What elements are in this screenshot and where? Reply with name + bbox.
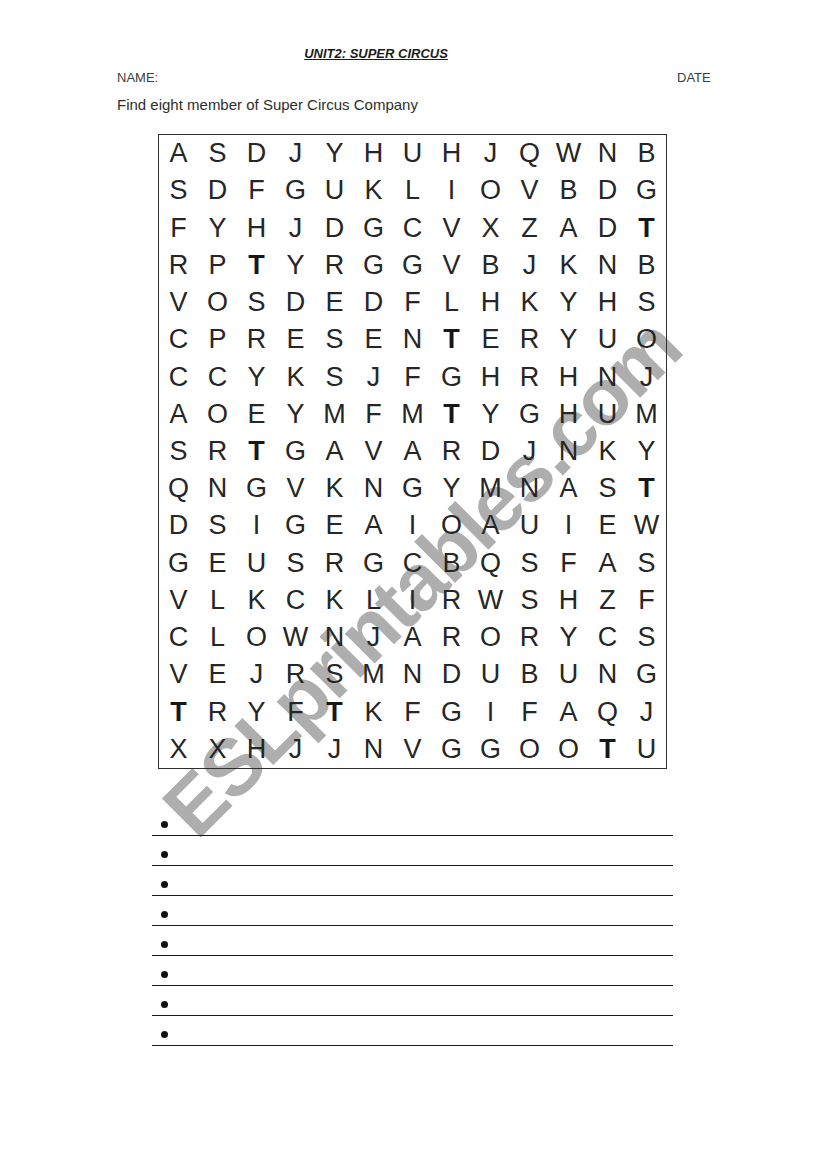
grid-cell: G	[276, 172, 315, 209]
grid-cell: J	[510, 247, 549, 284]
bullet-icon	[161, 1031, 168, 1038]
grid-cell: U	[588, 321, 627, 358]
grid-cell: R	[510, 619, 549, 656]
grid-cell: F	[549, 545, 588, 582]
bullet-icon	[161, 941, 168, 948]
grid-cell: Q	[471, 545, 510, 582]
grid-cell: O	[198, 284, 237, 321]
grid-cell: H	[471, 358, 510, 395]
grid-cell: B	[510, 656, 549, 693]
worksheet-page: ESLprintables.com UNIT2: SUPER CIRCUS NA…	[0, 0, 826, 1169]
grid-cell: Q	[159, 470, 198, 507]
grid-cell: R	[510, 358, 549, 395]
grid-cell: O	[237, 619, 276, 656]
grid-cell: J	[315, 731, 354, 768]
grid-cell: P	[198, 247, 237, 284]
grid-cell: K	[588, 433, 627, 470]
grid-cell: W	[471, 582, 510, 619]
grid-cell: A	[393, 433, 432, 470]
grid-cell: N	[393, 656, 432, 693]
grid-cell: J	[510, 433, 549, 470]
grid-cell: M	[627, 396, 666, 433]
grid-cell: R	[510, 321, 549, 358]
grid-cell: A	[588, 545, 627, 582]
grid-cell: Y	[315, 135, 354, 172]
grid-cell: N	[315, 619, 354, 656]
grid-cell: R	[315, 545, 354, 582]
grid-cell: A	[549, 694, 588, 731]
grid-cell: S	[198, 507, 237, 544]
grid-cell: N	[393, 321, 432, 358]
grid-cell: Y	[198, 209, 237, 246]
grid-cell: G	[276, 507, 315, 544]
grid-cell: J	[276, 209, 315, 246]
grid-cell: A	[354, 507, 393, 544]
grid-cell: R	[198, 433, 237, 470]
grid-cell: O	[627, 321, 666, 358]
grid-cell: U	[315, 172, 354, 209]
grid-cell: R	[432, 619, 471, 656]
grid-cell: S	[627, 545, 666, 582]
grid-cell: Y	[627, 433, 666, 470]
grid-cell: M	[393, 396, 432, 433]
grid-cell: M	[354, 656, 393, 693]
grid-cell: K	[354, 694, 393, 731]
grid-cell: K	[276, 358, 315, 395]
grid-cell: M	[315, 396, 354, 433]
grid-cell: C	[588, 619, 627, 656]
grid-cell: B	[627, 247, 666, 284]
grid-cell: G	[471, 731, 510, 768]
grid-cell: U	[510, 507, 549, 544]
grid-cell: V	[432, 247, 471, 284]
grid-cell: K	[315, 582, 354, 619]
grid-cell: A	[549, 209, 588, 246]
grid-cell: N	[588, 656, 627, 693]
grid-cell: E	[198, 545, 237, 582]
grid-cell: F	[510, 694, 549, 731]
grid-cell: Y	[432, 470, 471, 507]
grid-cell: T	[237, 247, 276, 284]
grid-cell: C	[198, 358, 237, 395]
grid-cell: O	[471, 172, 510, 209]
grid-cell: C	[393, 209, 432, 246]
answer-line	[152, 806, 673, 836]
grid-cell: A	[159, 135, 198, 172]
grid-cell: H	[471, 284, 510, 321]
bullet-icon	[161, 1001, 168, 1008]
grid-cell: V	[354, 433, 393, 470]
grid-cell: B	[471, 247, 510, 284]
grid-cell: F	[393, 358, 432, 395]
grid-cell: D	[315, 209, 354, 246]
grid-cell: V	[159, 284, 198, 321]
grid-cell: R	[315, 247, 354, 284]
grid-cell: F	[393, 284, 432, 321]
grid-cell: T	[159, 694, 198, 731]
grid-cell: I	[393, 582, 432, 619]
grid-cell: H	[237, 209, 276, 246]
grid-cell: L	[198, 582, 237, 619]
answer-line	[152, 896, 673, 926]
grid-cell: O	[432, 507, 471, 544]
grid-cell: O	[549, 731, 588, 768]
grid-cell: X	[198, 731, 237, 768]
grid-cell: W	[549, 135, 588, 172]
grid-cell: R	[198, 694, 237, 731]
grid-cell: Q	[588, 694, 627, 731]
grid-cell: I	[471, 694, 510, 731]
grid-cell: N	[588, 135, 627, 172]
grid-cell: F	[393, 694, 432, 731]
grid-cell: V	[393, 731, 432, 768]
grid-cell: H	[237, 731, 276, 768]
grid-cell: G	[627, 172, 666, 209]
grid-cell: K	[315, 470, 354, 507]
grid-cell: Y	[471, 396, 510, 433]
grid-cell: T	[432, 396, 471, 433]
grid-cell: L	[354, 582, 393, 619]
grid-cell: J	[276, 135, 315, 172]
grid-cell: K	[354, 172, 393, 209]
grid-cell: H	[549, 358, 588, 395]
grid-cell: N	[510, 470, 549, 507]
grid-cell: H	[432, 135, 471, 172]
bullet-icon	[161, 911, 168, 918]
grid-cell: E	[588, 507, 627, 544]
grid-cell: J	[237, 656, 276, 693]
grid-cell: E	[315, 284, 354, 321]
grid-cell: B	[549, 172, 588, 209]
grid-cell: O	[198, 396, 237, 433]
grid-cell: N	[354, 470, 393, 507]
grid-cell: Y	[549, 321, 588, 358]
grid-cell: I	[393, 507, 432, 544]
grid-cell: I	[237, 507, 276, 544]
grid-cell: G	[393, 470, 432, 507]
grid-cell: C	[159, 358, 198, 395]
grid-cell: D	[588, 172, 627, 209]
bullet-icon	[161, 821, 168, 828]
grid-cell: T	[627, 470, 666, 507]
grid-cell: E	[471, 321, 510, 358]
grid-cell: A	[315, 433, 354, 470]
grid-cell: V	[510, 172, 549, 209]
grid-cell: F	[627, 582, 666, 619]
grid-cell: J	[354, 619, 393, 656]
grid-cell: Y	[276, 396, 315, 433]
grid-cell: L	[198, 619, 237, 656]
grid-cell: T	[588, 731, 627, 768]
grid-cell: G	[510, 396, 549, 433]
grid-cell: F	[276, 694, 315, 731]
grid-cell: S	[627, 284, 666, 321]
grid-cell: H	[549, 396, 588, 433]
grid-cell: G	[432, 731, 471, 768]
answer-line	[152, 836, 673, 866]
grid-cell: S	[315, 358, 354, 395]
grid-cell: F	[159, 209, 198, 246]
grid-cell: U	[393, 135, 432, 172]
grid-cell: N	[588, 247, 627, 284]
grid-cell: D	[159, 507, 198, 544]
grid-cell: A	[393, 619, 432, 656]
grid-cell: V	[159, 656, 198, 693]
grid-cell: T	[237, 433, 276, 470]
grid-cell: I	[549, 507, 588, 544]
grid-cell: K	[549, 247, 588, 284]
grid-cell: L	[432, 284, 471, 321]
grid-cell: D	[432, 656, 471, 693]
grid-cell: H	[549, 582, 588, 619]
answer-line	[152, 1016, 673, 1046]
word-search-grid: ASDJYHUHJQWNBSDFGUKLIOVBDGFYHJDGCVXZADTR…	[158, 134, 667, 769]
grid-cell: D	[471, 433, 510, 470]
grid-cell: U	[471, 656, 510, 693]
grid-cell: S	[159, 433, 198, 470]
grid-cell: J	[276, 731, 315, 768]
grid-cell: R	[237, 321, 276, 358]
grid-cell: Y	[549, 284, 588, 321]
grid-cell: G	[237, 470, 276, 507]
grid-cell: G	[432, 694, 471, 731]
grid-cell: J	[627, 694, 666, 731]
grid-cell: V	[276, 470, 315, 507]
grid-cell: G	[627, 656, 666, 693]
grid-cell: N	[588, 358, 627, 395]
grid-cell: S	[276, 545, 315, 582]
grid-cell: C	[159, 321, 198, 358]
grid-cell: G	[276, 433, 315, 470]
answer-lines	[152, 806, 673, 1046]
grid-cell: W	[627, 507, 666, 544]
grid-cell: Y	[276, 247, 315, 284]
grid-cell: D	[276, 284, 315, 321]
grid-cell: R	[432, 582, 471, 619]
grid-cell: V	[432, 209, 471, 246]
grid-cell: Y	[549, 619, 588, 656]
grid-cell: S	[159, 172, 198, 209]
grid-cell: D	[237, 135, 276, 172]
grid-cell: N	[549, 433, 588, 470]
worksheet-title: UNIT2: SUPER CIRCUS	[0, 46, 752, 61]
bullet-icon	[161, 971, 168, 978]
grid-cell: T	[315, 694, 354, 731]
grid-cell: A	[159, 396, 198, 433]
grid-cell: F	[237, 172, 276, 209]
grid-cell: O	[471, 619, 510, 656]
grid-cell: H	[588, 284, 627, 321]
grid-cell: G	[432, 358, 471, 395]
grid-cell: V	[159, 582, 198, 619]
grid-cell: D	[354, 284, 393, 321]
grid-cell: L	[393, 172, 432, 209]
grid-cell: I	[432, 172, 471, 209]
grid-cell: N	[198, 470, 237, 507]
grid-cell: U	[237, 545, 276, 582]
grid-cell: H	[354, 135, 393, 172]
grid-cell: B	[627, 135, 666, 172]
date-label: DATE	[677, 70, 711, 85]
grid-cell: C	[393, 545, 432, 582]
grid-cell: E	[315, 507, 354, 544]
grid-cell: G	[393, 247, 432, 284]
grid-cell: E	[198, 656, 237, 693]
grid-cell: U	[588, 396, 627, 433]
grid-cell: Z	[588, 582, 627, 619]
grid-cell: F	[354, 396, 393, 433]
answer-line	[152, 986, 673, 1016]
grid-cell: R	[276, 656, 315, 693]
grid-cell: G	[159, 545, 198, 582]
grid-cell: G	[354, 545, 393, 582]
grid-cell: N	[354, 731, 393, 768]
grid-cell: G	[354, 209, 393, 246]
grid-cell: S	[237, 284, 276, 321]
grid-cell: K	[237, 582, 276, 619]
grid-cell: J	[627, 358, 666, 395]
grid-cell: S	[510, 582, 549, 619]
grid-cell: X	[159, 731, 198, 768]
grid-cell: R	[159, 247, 198, 284]
grid-cell: A	[471, 507, 510, 544]
grid-cell: D	[588, 209, 627, 246]
grid-cell: T	[627, 209, 666, 246]
bullet-icon	[161, 881, 168, 888]
answer-line	[152, 956, 673, 986]
instruction-text: Find eight member of Super Circus Compan…	[117, 96, 418, 113]
grid-cell: T	[432, 321, 471, 358]
grid-cell: C	[276, 582, 315, 619]
grid-cell: Y	[237, 694, 276, 731]
grid-cell: S	[315, 656, 354, 693]
grid-cell: J	[471, 135, 510, 172]
grid-cell: S	[588, 470, 627, 507]
grid-cell: J	[354, 358, 393, 395]
grid-cell: Q	[510, 135, 549, 172]
grid-cell: S	[198, 135, 237, 172]
grid-cell: R	[432, 433, 471, 470]
grid-cell: E	[354, 321, 393, 358]
grid-cell: Z	[510, 209, 549, 246]
grid-cell: B	[432, 545, 471, 582]
grid-cell: A	[549, 470, 588, 507]
grid-cell: M	[471, 470, 510, 507]
grid-cell: K	[510, 284, 549, 321]
name-label: NAME:	[117, 70, 158, 85]
grid-cell: O	[510, 731, 549, 768]
grid-cell: E	[237, 396, 276, 433]
grid-cell: X	[471, 209, 510, 246]
grid-cell: U	[627, 731, 666, 768]
grid-cell: W	[276, 619, 315, 656]
grid-cell: E	[276, 321, 315, 358]
grid-cell: D	[198, 172, 237, 209]
grid-cell: S	[315, 321, 354, 358]
bullet-icon	[161, 851, 168, 858]
answer-line	[152, 926, 673, 956]
grid-cell: S	[627, 619, 666, 656]
grid-cell: S	[510, 545, 549, 582]
grid-cell: P	[198, 321, 237, 358]
grid-cell: G	[354, 247, 393, 284]
answer-line	[152, 866, 673, 896]
grid-cell: U	[549, 656, 588, 693]
grid-cell: C	[159, 619, 198, 656]
grid-cell: Y	[237, 358, 276, 395]
